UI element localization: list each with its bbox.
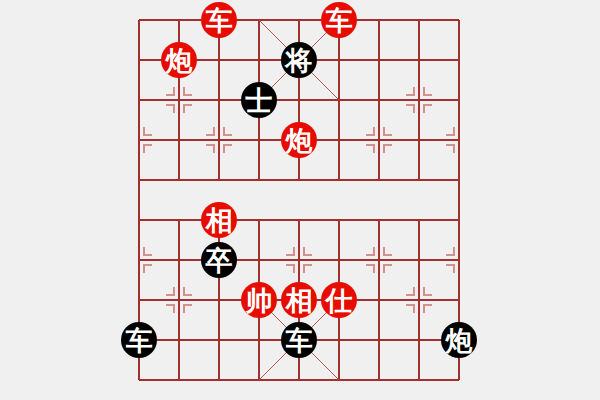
board-point[interactable]: 车 [319,0,359,40]
board-point[interactable] [319,160,359,200]
xiangqi-board: 车车炮将士炮相卒帅相仕车车炮 [119,0,479,400]
board-point[interactable] [119,160,159,200]
board-point[interactable]: 车 [199,0,239,40]
piece-black-general[interactable]: 将 [281,42,317,78]
board-point[interactable] [319,40,359,80]
board-point[interactable] [439,40,479,80]
piece-red-cannon[interactable]: 炮 [281,122,317,158]
board-point[interactable] [319,200,359,240]
board-point[interactable] [319,320,359,360]
board-point[interactable] [119,120,159,160]
board-point[interactable]: 将 [279,40,319,80]
board-point[interactable] [279,80,319,120]
board-point[interactable] [399,360,439,400]
board-point[interactable] [159,0,199,40]
piece-red-chariot[interactable]: 车 [201,2,237,38]
board-point[interactable] [439,160,479,200]
board-point[interactable] [279,0,319,40]
board-point[interactable] [159,360,199,400]
board-point[interactable] [199,160,239,200]
board-point[interactable] [439,200,479,240]
board-point[interactable] [279,200,319,240]
board-point[interactable] [399,160,439,200]
board-point[interactable] [159,280,199,320]
piece-red-advisor[interactable]: 仕 [321,282,357,318]
board-point[interactable]: 相 [279,280,319,320]
board-point[interactable] [359,40,399,80]
board-point[interactable] [159,240,199,280]
board-point[interactable]: 车 [119,320,159,360]
piece-black-advisor[interactable]: 士 [241,82,277,118]
piece-red-chariot[interactable]: 车 [321,2,357,38]
board-point[interactable] [279,360,319,400]
piece-black-soldier[interactable]: 卒 [201,242,237,278]
piece-black-cannon[interactable]: 炮 [441,322,477,358]
board-point[interactable] [439,280,479,320]
board-point[interactable]: 帅 [239,280,279,320]
board-point[interactable] [119,280,159,320]
board-point[interactable] [359,0,399,40]
board-point[interactable] [119,240,159,280]
piece-red-elephant[interactable]: 相 [281,282,317,318]
board-point[interactable] [199,360,239,400]
board-point[interactable]: 车 [279,320,319,360]
board-point[interactable] [319,80,359,120]
board-point[interactable] [239,360,279,400]
board-point[interactable] [439,80,479,120]
board-point[interactable] [119,0,159,40]
board-point[interactable]: 仕 [319,280,359,320]
board-grid: 车车炮将士炮相卒帅相仕车车炮 [119,0,479,400]
board-point[interactable] [359,160,399,200]
board-point[interactable] [399,200,439,240]
xiangqi-screen: 车车炮将士炮相卒帅相仕车车炮 [0,0,600,400]
board-point[interactable] [239,240,279,280]
board-point[interactable] [159,200,199,240]
board-point[interactable] [199,280,239,320]
board-point[interactable] [399,280,439,320]
board-point[interactable] [319,360,359,400]
board-point[interactable] [279,160,319,200]
board-point[interactable] [119,360,159,400]
piece-black-chariot[interactable]: 车 [281,322,317,358]
board-point[interactable] [359,120,399,160]
board-point[interactable] [359,200,399,240]
board-point[interactable] [319,120,359,160]
board-point[interactable] [399,320,439,360]
board-point[interactable] [279,240,319,280]
board-point[interactable] [439,360,479,400]
board-point[interactable] [239,40,279,80]
board-point[interactable] [239,200,279,240]
board-point[interactable] [199,40,239,80]
board-point[interactable] [159,160,199,200]
board-point[interactable] [399,40,439,80]
board-point[interactable] [439,120,479,160]
piece-black-chariot[interactable]: 车 [121,322,157,358]
board-point[interactable] [159,80,199,120]
board-point[interactable] [359,80,399,120]
board-point[interactable]: 士 [239,80,279,120]
board-point[interactable] [399,0,439,40]
piece-red-cannon[interactable]: 炮 [161,42,197,78]
board-point[interactable] [239,320,279,360]
board-point[interactable] [399,240,439,280]
board-point[interactable] [199,320,239,360]
board-point[interactable] [239,0,279,40]
board-point[interactable] [319,240,359,280]
board-point[interactable] [159,320,199,360]
board-point[interactable] [159,120,199,160]
board-point[interactable] [239,160,279,200]
board-point[interactable] [359,280,399,320]
board-point[interactable]: 卒 [199,240,239,280]
board-point[interactable]: 炮 [439,320,479,360]
board-point[interactable] [119,200,159,240]
board-point[interactable] [199,80,239,120]
board-point[interactable] [119,80,159,120]
board-point[interactable] [239,120,279,160]
board-point[interactable]: 相 [199,200,239,240]
board-point[interactable]: 炮 [159,40,199,80]
board-point[interactable]: 炮 [279,120,319,160]
piece-red-general[interactable]: 帅 [241,282,277,318]
board-point[interactable] [439,240,479,280]
board-point[interactable] [359,320,399,360]
board-point[interactable] [439,0,479,40]
board-point[interactable] [359,360,399,400]
board-point[interactable] [399,80,439,120]
piece-red-elephant[interactable]: 相 [201,202,237,238]
board-point[interactable] [399,120,439,160]
board-point[interactable] [359,240,399,280]
board-point[interactable] [199,120,239,160]
board-point[interactable] [119,40,159,80]
